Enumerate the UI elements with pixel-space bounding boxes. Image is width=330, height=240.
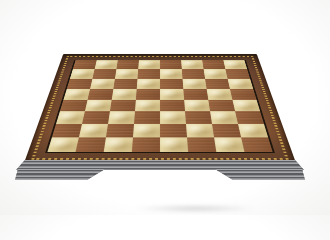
square-r6c1[interactable] [56,111,85,124]
square-r7c2[interactable] [79,124,108,138]
square-r4c6[interactable] [183,89,208,100]
square-r2c5[interactable] [160,69,183,78]
square-r3c2[interactable] [90,79,115,89]
square-r4c1[interactable] [63,89,90,100]
square-r7c7[interactable] [212,124,241,138]
square-r2c4[interactable] [137,69,160,78]
square-r6c4[interactable] [134,111,160,124]
floor-shadow [133,205,257,212]
square-r6c2[interactable] [82,111,110,124]
square-r7c5[interactable] [160,124,187,138]
square-r8c5[interactable] [160,137,188,152]
square-r5c4[interactable] [135,100,160,112]
square-r4c2[interactable] [88,89,114,100]
base-molding [16,160,304,170]
square-r7c4[interactable] [133,124,160,138]
square-r5c1[interactable] [60,100,88,112]
square-r7c6[interactable] [186,124,214,138]
square-r1c1[interactable] [73,60,97,69]
square-r3c5[interactable] [160,79,183,89]
square-r3c7[interactable] [205,79,230,89]
square-r5c8[interactable] [232,100,260,112]
square-r8c1[interactable] [47,137,79,152]
square-r8c8[interactable] [241,137,273,152]
square-r2c1[interactable] [70,69,95,78]
square-r7c3[interactable] [106,124,134,138]
square-r1c8[interactable] [223,60,247,69]
square-r5c3[interactable] [110,100,136,112]
square-r6c7[interactable] [210,111,238,124]
square-r8c2[interactable] [76,137,106,152]
base-foot-right [215,169,305,180]
square-r2c8[interactable] [225,69,250,78]
square-r7c1[interactable] [52,124,82,138]
square-r3c6[interactable] [183,79,207,89]
square-r6c3[interactable] [108,111,135,124]
product-photo-scene [0,0,330,215]
square-r3c1[interactable] [67,79,93,89]
square-r1c2[interactable] [95,60,118,69]
square-r3c4[interactable] [137,79,160,89]
chess-board [24,54,296,163]
square-r1c7[interactable] [202,60,225,69]
square-r7c8[interactable] [238,124,268,138]
square-r5c2[interactable] [85,100,112,112]
square-r4c5[interactable] [160,89,184,100]
square-r3c8[interactable] [228,79,254,89]
square-r6c5[interactable] [160,111,186,124]
square-r2c2[interactable] [92,69,116,78]
square-r4c3[interactable] [112,89,137,100]
square-r4c8[interactable] [230,89,257,100]
square-r6c6[interactable] [185,111,212,124]
square-r8c7[interactable] [214,137,244,152]
square-r1c5[interactable] [160,60,182,69]
square-r4c4[interactable] [136,89,160,100]
square-r2c6[interactable] [182,69,205,78]
square-r4c7[interactable] [207,89,233,100]
square-r2c7[interactable] [204,69,228,78]
square-r5c6[interactable] [184,100,210,112]
square-r8c3[interactable] [104,137,133,152]
square-r1c3[interactable] [116,60,138,69]
base-foot-left [15,169,105,180]
square-r5c5[interactable] [160,100,185,112]
square-r8c4[interactable] [132,137,160,152]
square-r2c3[interactable] [115,69,138,78]
square-r6c8[interactable] [235,111,264,124]
square-r3c3[interactable] [113,79,137,89]
square-r1c6[interactable] [181,60,203,69]
square-r8c6[interactable] [187,137,216,152]
square-r1c4[interactable] [138,60,160,69]
playing-field[interactable] [45,60,275,153]
square-r5c7[interactable] [208,100,235,112]
